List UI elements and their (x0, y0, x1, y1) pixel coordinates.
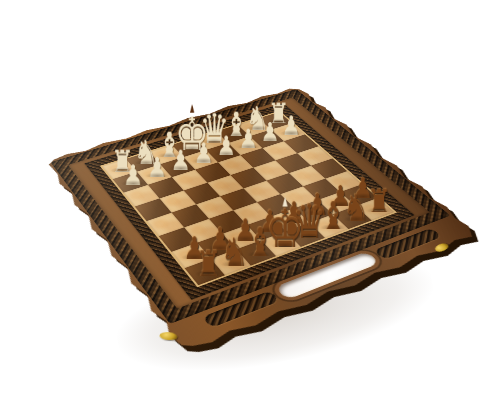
piece-black-rook[interactable]: ♜ (184, 211, 232, 275)
scene: ♜♞♝♚♛♝♞♜♟♟♟♟♟♟♟♟♟♟♟♟♟♟♟♟♜♞♝♚♛♝♞♜ (0, 0, 500, 400)
product-photo-stage: ♜♞♝♚♛♝♞♜♟♟♟♟♟♟♟♟♟♟♟♟♟♟♟♟♜♞♝♚♛♝♞♜ (0, 0, 500, 400)
chess-case: ♜♞♝♚♛♝♞♜♟♟♟♟♟♟♟♟♟♟♟♟♟♟♟♟♜♞♝♚♛♝♞♜ (41, 84, 484, 356)
pieces-layer: ♜♞♝♚♛♝♞♜♟♟♟♟♟♟♟♟♟♟♟♟♟♟♟♟♜♞♝♚♛♝♞♜ (41, 84, 484, 356)
piece-white-pawn[interactable]: ♟ (111, 128, 154, 185)
